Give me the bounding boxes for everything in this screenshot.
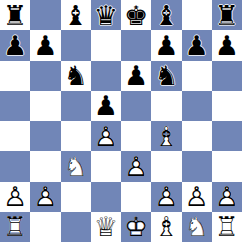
piece-white-pawn[interactable]: ♟♙: [121, 151, 151, 181]
square-a4[interactable]: [0, 121, 30, 151]
square-f2[interactable]: ♟♙: [151, 182, 181, 212]
square-h4[interactable]: [212, 121, 242, 151]
black-bishop-glyph: ♝: [151, 0, 181, 30]
white-king-outline: ♔: [121, 212, 151, 242]
piece-white-bishop[interactable]: ♝♗: [151, 212, 181, 242]
square-e2[interactable]: [121, 182, 151, 212]
square-h6[interactable]: [212, 61, 242, 91]
square-g5[interactable]: [182, 91, 212, 121]
square-d2[interactable]: [91, 182, 121, 212]
square-d1[interactable]: ♛♕: [91, 212, 121, 242]
piece-black-knight[interactable]: ♞♘: [151, 61, 181, 91]
piece-white-knight[interactable]: ♞♘: [61, 151, 91, 181]
square-b8[interactable]: [30, 0, 60, 30]
square-c4[interactable]: [61, 121, 91, 151]
square-g8[interactable]: [182, 0, 212, 30]
black-pawn-glyph: ♟: [151, 30, 181, 60]
black-pawn-glyph: ♟: [212, 30, 242, 60]
square-h1[interactable]: ♜♖: [212, 212, 242, 242]
square-c7[interactable]: [61, 30, 91, 60]
square-g1[interactable]: ♞♘: [182, 212, 212, 242]
square-c3[interactable]: ♞♘: [61, 151, 91, 181]
square-d8[interactable]: ♛♕: [91, 0, 121, 30]
square-e7[interactable]: [121, 30, 151, 60]
square-g7[interactable]: ♟♙: [182, 30, 212, 60]
piece-black-rook[interactable]: ♜♖: [212, 0, 242, 30]
square-b4[interactable]: [30, 121, 60, 151]
square-f6[interactable]: ♞♘: [151, 61, 181, 91]
white-pawn-outline: ♙: [0, 182, 30, 212]
black-pawn-glyph: ♟: [182, 30, 212, 60]
square-b7[interactable]: ♟♙: [30, 30, 60, 60]
square-e8[interactable]: ♚♔: [121, 0, 151, 30]
black-rook-glyph: ♜: [212, 0, 242, 30]
square-f5[interactable]: [151, 91, 181, 121]
piece-black-rook[interactable]: ♜♖: [0, 0, 30, 30]
piece-white-pawn[interactable]: ♟♙: [151, 182, 181, 212]
square-c8[interactable]: ♝♗: [61, 0, 91, 30]
piece-black-pawn[interactable]: ♟♙: [151, 30, 181, 60]
white-pawn-outline: ♙: [91, 121, 121, 151]
black-queen-glyph: ♛: [91, 0, 121, 30]
square-a7[interactable]: ♟♙: [0, 30, 30, 60]
square-h7[interactable]: ♟♙: [212, 30, 242, 60]
black-pawn-glyph: ♟: [121, 61, 151, 91]
square-b5[interactable]: [30, 91, 60, 121]
square-b2[interactable]: ♟♙: [30, 182, 60, 212]
piece-black-king[interactable]: ♚♔: [121, 0, 151, 30]
square-b1[interactable]: [30, 212, 60, 242]
white-pawn-outline: ♙: [182, 182, 212, 212]
black-bishop-glyph: ♝: [61, 0, 91, 30]
piece-white-queen[interactable]: ♛♕: [91, 212, 121, 242]
piece-black-pawn[interactable]: ♟♙: [30, 30, 60, 60]
piece-black-pawn[interactable]: ♟♙: [121, 61, 151, 91]
square-e3[interactable]: ♟♙: [121, 151, 151, 181]
piece-white-rook[interactable]: ♜♖: [0, 212, 30, 242]
piece-white-pawn[interactable]: ♟♙: [91, 121, 121, 151]
square-h8[interactable]: ♜♖: [212, 0, 242, 30]
black-pawn-glyph: ♟: [0, 30, 30, 60]
square-d7[interactable]: [91, 30, 121, 60]
white-pawn-outline: ♙: [30, 182, 60, 212]
piece-black-knight[interactable]: ♞♘: [61, 61, 91, 91]
white-knight-outline: ♘: [61, 151, 91, 181]
piece-black-pawn[interactable]: ♟♙: [212, 30, 242, 60]
black-pawn-glyph: ♟: [91, 91, 121, 121]
white-queen-outline: ♕: [91, 212, 121, 242]
black-knight-glyph: ♞: [61, 61, 91, 91]
square-g2[interactable]: ♟♙: [182, 182, 212, 212]
piece-white-pawn[interactable]: ♟♙: [30, 182, 60, 212]
white-rook-outline: ♖: [212, 212, 242, 242]
black-pawn-glyph: ♟: [30, 30, 60, 60]
square-f3[interactable]: [151, 151, 181, 181]
square-f4[interactable]: ♝♗: [151, 121, 181, 151]
square-e6[interactable]: ♟♙: [121, 61, 151, 91]
piece-white-bishop[interactable]: ♝♗: [151, 121, 181, 151]
square-a6[interactable]: [0, 61, 30, 91]
piece-white-king[interactable]: ♚♔: [121, 212, 151, 242]
square-f8[interactable]: ♝♗: [151, 0, 181, 30]
black-rook-glyph: ♜: [0, 0, 30, 30]
piece-black-pawn[interactable]: ♟♙: [182, 30, 212, 60]
square-a2[interactable]: ♟♙: [0, 182, 30, 212]
piece-black-queen[interactable]: ♛♕: [91, 0, 121, 30]
black-king-glyph: ♚: [121, 0, 151, 30]
square-f7[interactable]: ♟♙: [151, 30, 181, 60]
square-a8[interactable]: ♜♖: [0, 0, 30, 30]
white-pawn-outline: ♙: [212, 182, 242, 212]
piece-black-bishop[interactable]: ♝♗: [61, 0, 91, 30]
square-d3[interactable]: [91, 151, 121, 181]
piece-black-pawn[interactable]: ♟♙: [91, 91, 121, 121]
square-c2[interactable]: [61, 182, 91, 212]
piece-black-pawn[interactable]: ♟♙: [0, 30, 30, 60]
piece-white-pawn[interactable]: ♟♙: [0, 182, 30, 212]
square-a3[interactable]: [0, 151, 30, 181]
white-bishop-outline: ♗: [151, 121, 181, 151]
square-e4[interactable]: [121, 121, 151, 151]
square-b6[interactable]: [30, 61, 60, 91]
square-f1[interactable]: ♝♗: [151, 212, 181, 242]
piece-white-pawn[interactable]: ♟♙: [212, 182, 242, 212]
white-pawn-outline: ♙: [121, 151, 151, 181]
white-pawn-outline: ♙: [151, 182, 181, 212]
square-a1[interactable]: ♜♖: [0, 212, 30, 242]
piece-white-rook[interactable]: ♜♖: [212, 212, 242, 242]
square-h2[interactable]: ♟♙: [212, 182, 242, 212]
square-h3[interactable]: [212, 151, 242, 181]
piece-white-pawn[interactable]: ♟♙: [182, 182, 212, 212]
square-e5[interactable]: [121, 91, 151, 121]
white-rook-outline: ♖: [0, 212, 30, 242]
square-d6[interactable]: [91, 61, 121, 91]
square-e1[interactable]: ♚♔: [121, 212, 151, 242]
white-bishop-outline: ♗: [151, 212, 181, 242]
square-c6[interactable]: ♞♘: [61, 61, 91, 91]
white-knight-outline: ♘: [182, 212, 212, 242]
square-b3[interactable]: [30, 151, 60, 181]
square-d4[interactable]: ♟♙: [91, 121, 121, 151]
square-d5[interactable]: ♟♙: [91, 91, 121, 121]
black-knight-glyph: ♞: [151, 61, 181, 91]
square-a5[interactable]: [0, 91, 30, 121]
square-g4[interactable]: [182, 121, 212, 151]
piece-black-bishop[interactable]: ♝♗: [151, 0, 181, 30]
chess-board: ♜♖♝♗♛♕♚♔♝♗♜♖♟♙♟♙♟♙♟♙♟♙♞♘♟♙♞♘♟♙♟♙♝♗♞♘♟♙♟♙…: [0, 0, 242, 242]
square-h5[interactable]: [212, 91, 242, 121]
piece-white-knight[interactable]: ♞♘: [182, 212, 212, 242]
square-c1[interactable]: [61, 212, 91, 242]
square-g6[interactable]: [182, 61, 212, 91]
square-g3[interactable]: [182, 151, 212, 181]
square-c5[interactable]: [61, 91, 91, 121]
